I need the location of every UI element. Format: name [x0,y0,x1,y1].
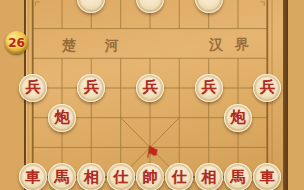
piece-red-soldier-f2r6[interactable]: 兵 [77,74,105,102]
piece-black-unknown-cropped-f2r3[interactable] [77,0,105,13]
piece-red-elephant-f6r9[interactable]: 相 [195,163,223,190]
piece-red-elephant-f2r9[interactable]: 相 [77,163,105,190]
board-right-edge [283,0,288,190]
piece-red-general-f4r9[interactable]: 帥 [136,163,164,190]
red-flag-marker-icon: ⚑ [144,144,161,162]
piece-red-advisor-f3r9[interactable]: 仕 [107,163,135,190]
level-badge: 26 [5,31,28,54]
piece-red-cannon-f7r7[interactable]: 炮 [224,104,252,132]
piece-black-unknown-cropped-f6r3[interactable] [195,0,223,13]
piece-red-chariot-f0r9[interactable]: 車 [19,163,47,190]
piece-red-advisor-f5r9[interactable]: 仕 [165,163,193,190]
piece-red-horse-f7r9[interactable]: 馬 [224,163,252,190]
piece-red-cannon-f1r7[interactable]: 炮 [48,104,76,132]
piece-red-soldier-f6r6[interactable]: 兵 [195,74,223,102]
piece-red-horse-f1r9[interactable]: 馬 [48,163,76,190]
piece-red-soldier-f4r6[interactable]: 兵 [136,74,164,102]
piece-red-soldier-f0r6[interactable]: 兵 [19,74,47,102]
piece-black-unknown-cropped-f4r3[interactable] [136,0,164,13]
piece-red-soldier-f8r6[interactable]: 兵 [253,74,281,102]
piece-red-chariot-f8r9[interactable]: 車 [253,163,281,190]
xiangqi-game-screen: 楚河 汉界 兵兵兵兵兵炮炮車馬相仕帥仕相馬車 ⚑ 26 [0,0,304,190]
level-badge-number: 26 [8,37,25,49]
